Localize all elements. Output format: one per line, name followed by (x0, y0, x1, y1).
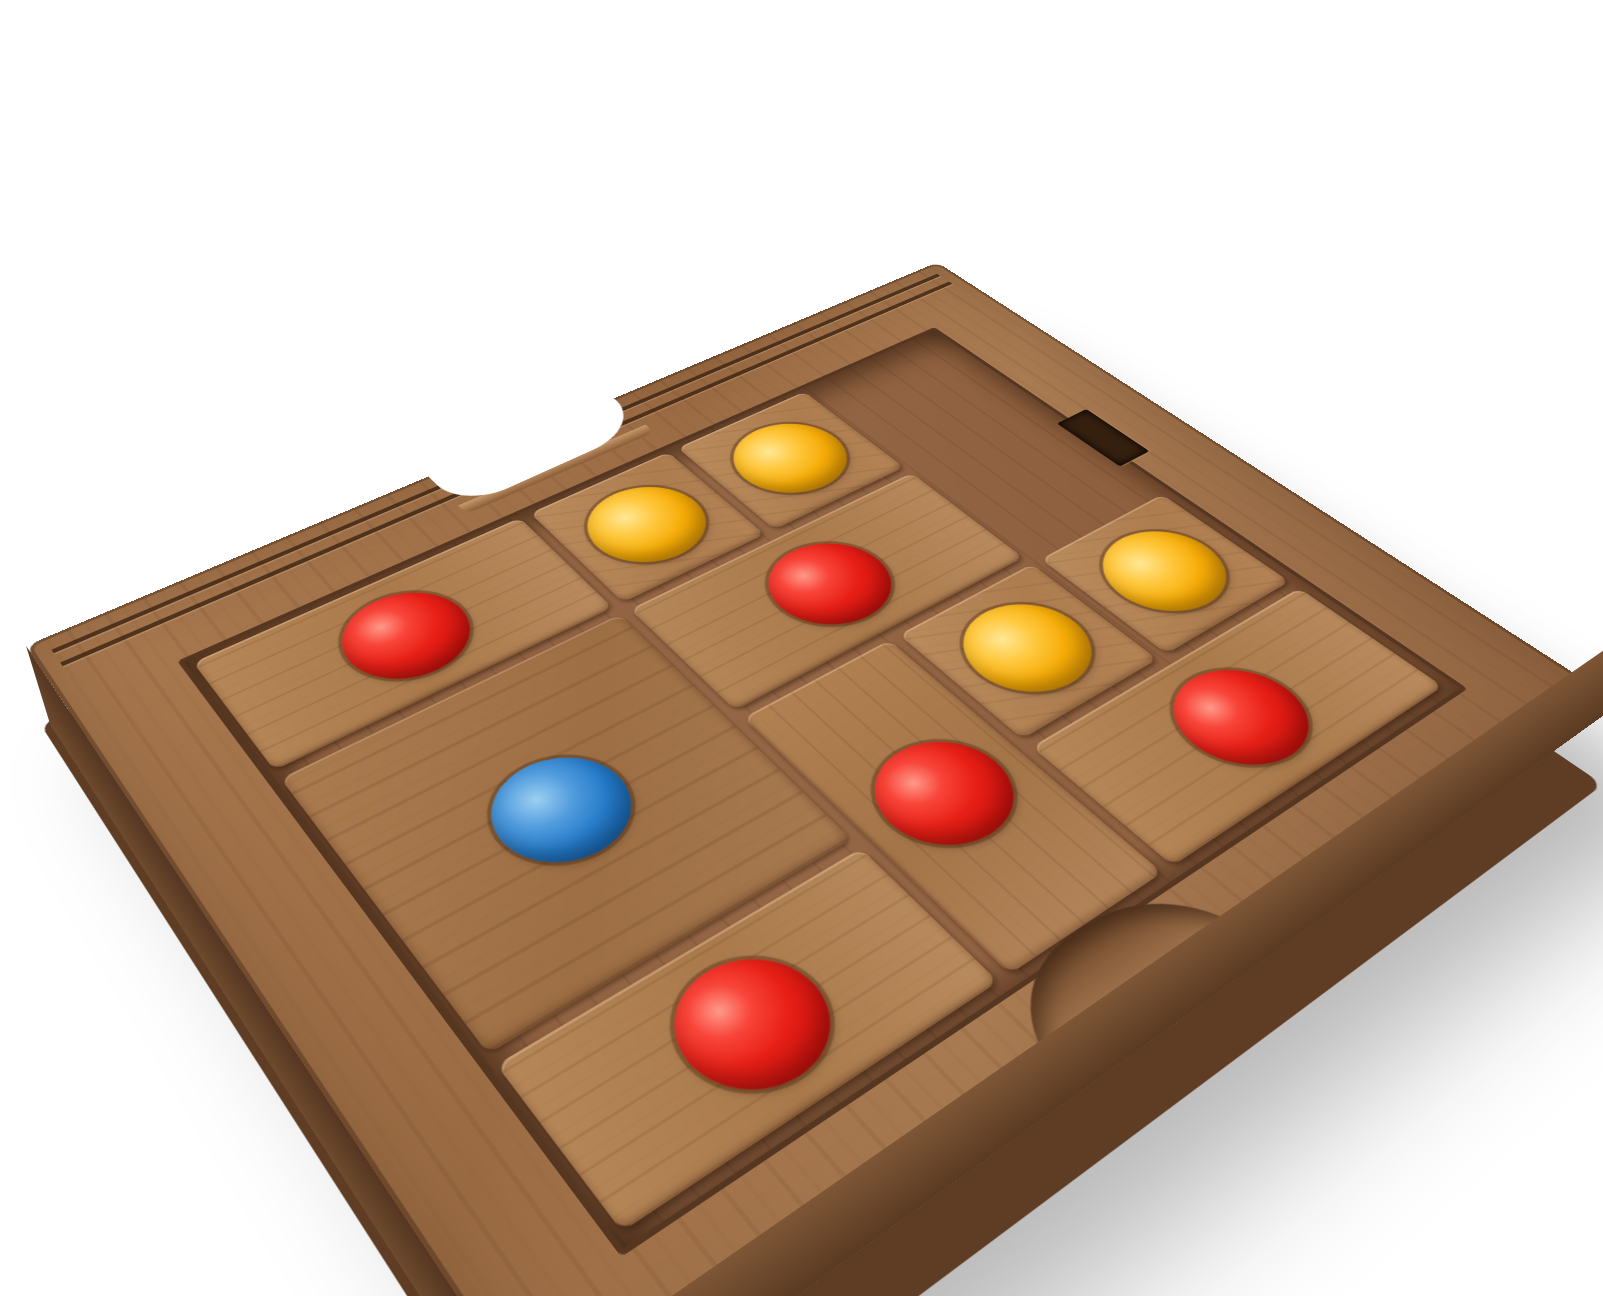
blue-dot-icon (465, 738, 658, 885)
yellow-dot-icon (711, 411, 870, 508)
board-grid (184, 332, 1452, 1243)
piece-king[interactable] (280, 614, 851, 1053)
perspective-wrapper (26, 262, 1603, 1296)
yellow-dot-icon (564, 473, 728, 578)
puzzle-box (26, 262, 1603, 1296)
yellow-dot-icon (937, 588, 1118, 710)
red-dot-icon (744, 528, 916, 641)
red-dot-icon (846, 723, 1041, 867)
red-dot-icon (1146, 652, 1337, 784)
yellow-dot-icon (1077, 516, 1251, 627)
red-dot-icon (644, 935, 862, 1117)
piece-red-plank-top[interactable] (193, 518, 612, 771)
photo-scene (0, 0, 1603, 1296)
